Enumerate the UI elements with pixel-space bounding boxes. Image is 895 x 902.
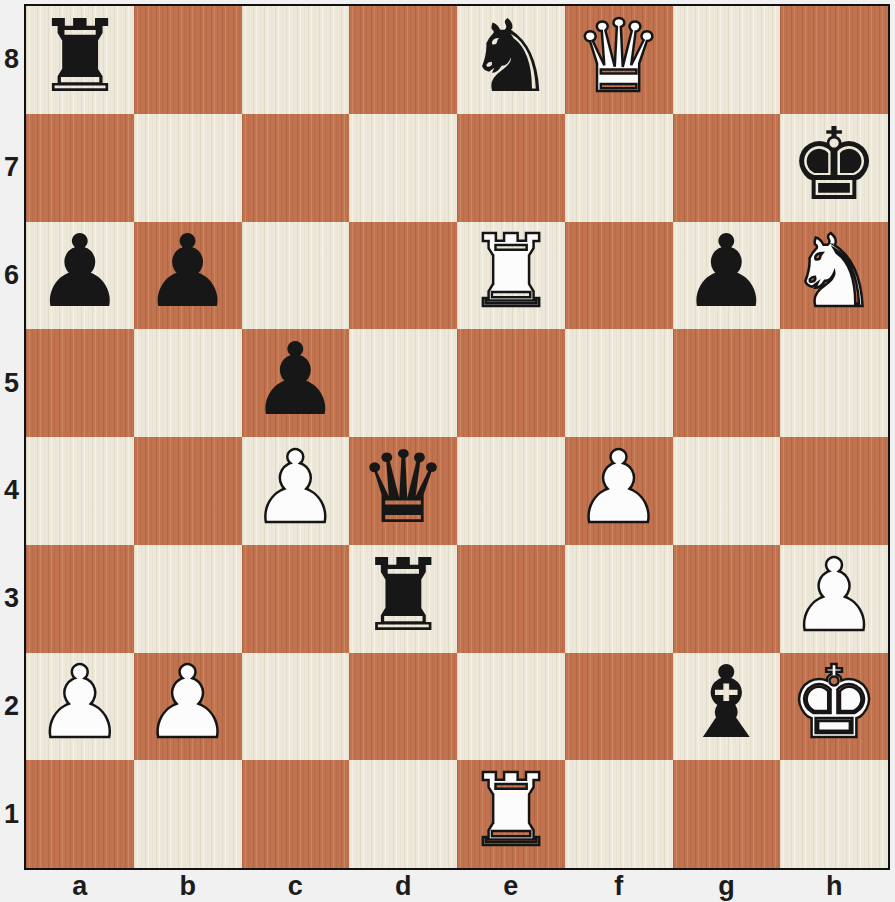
- file-label-f: f: [565, 871, 673, 901]
- square-f7[interactable]: [565, 114, 673, 222]
- square-b7[interactable]: [134, 114, 242, 222]
- file-labels: a b c d e f g h: [26, 871, 888, 901]
- square-b1[interactable]: [134, 760, 242, 868]
- square-e8[interactable]: ♞: [457, 6, 565, 114]
- board-grid: ♜♞♛♚♟♟♜♟♞♟♟♛♟♜♟♟♟♝♚♜: [26, 6, 888, 868]
- square-d4[interactable]: ♛: [349, 437, 457, 545]
- black-king-piece[interactable]: ♚: [789, 115, 879, 215]
- square-h8[interactable]: [780, 6, 888, 114]
- square-a8[interactable]: ♜: [26, 6, 134, 114]
- square-a2[interactable]: ♟: [26, 653, 134, 761]
- file-label-d: d: [349, 871, 457, 901]
- black-pawn-piece[interactable]: ♟: [35, 222, 125, 322]
- rank-label-1: 1: [0, 760, 23, 868]
- square-g1[interactable]: [673, 760, 781, 868]
- square-c3[interactable]: [242, 545, 350, 653]
- black-queen-piece[interactable]: ♛: [358, 438, 448, 538]
- square-b8[interactable]: [134, 6, 242, 114]
- file-label-a: a: [26, 871, 134, 901]
- square-h3[interactable]: ♟: [780, 545, 888, 653]
- black-rook-piece[interactable]: ♜: [35, 7, 125, 107]
- square-e4[interactable]: [457, 437, 565, 545]
- square-f1[interactable]: [565, 760, 673, 868]
- square-h4[interactable]: [780, 437, 888, 545]
- square-c7[interactable]: [242, 114, 350, 222]
- rank-label-3: 3: [0, 545, 23, 653]
- square-d7[interactable]: [349, 114, 457, 222]
- square-f4[interactable]: ♟: [565, 437, 673, 545]
- white-pawn-piece[interactable]: ♟: [574, 438, 664, 538]
- chess-board: ♜♞♛♚♟♟♜♟♞♟♟♛♟♜♟♟♟♝♚♜: [24, 4, 890, 870]
- square-c4[interactable]: ♟: [242, 437, 350, 545]
- square-f2[interactable]: [565, 653, 673, 761]
- file-label-h: h: [780, 871, 888, 901]
- square-g5[interactable]: [673, 329, 781, 437]
- square-b6[interactable]: ♟: [134, 222, 242, 330]
- square-a3[interactable]: [26, 545, 134, 653]
- square-h7[interactable]: ♚: [780, 114, 888, 222]
- file-label-g: g: [673, 871, 781, 901]
- white-pawn-piece[interactable]: ♟: [35, 653, 125, 753]
- square-d2[interactable]: [349, 653, 457, 761]
- square-f8[interactable]: ♛: [565, 6, 673, 114]
- square-a1[interactable]: [26, 760, 134, 868]
- black-pawn-piece[interactable]: ♟: [143, 222, 233, 322]
- square-e7[interactable]: [457, 114, 565, 222]
- rank-label-7: 7: [0, 114, 23, 222]
- rank-label-4: 4: [0, 437, 23, 545]
- rank-label-8: 8: [0, 6, 23, 114]
- square-a6[interactable]: ♟: [26, 222, 134, 330]
- square-b4[interactable]: [134, 437, 242, 545]
- white-knight-piece[interactable]: ♞: [789, 222, 879, 322]
- square-e6[interactable]: ♜: [457, 222, 565, 330]
- square-d8[interactable]: [349, 6, 457, 114]
- white-queen-piece[interactable]: ♛: [574, 7, 664, 107]
- square-b5[interactable]: [134, 329, 242, 437]
- square-c1[interactable]: [242, 760, 350, 868]
- square-g7[interactable]: [673, 114, 781, 222]
- square-a5[interactable]: [26, 329, 134, 437]
- rank-label-2: 2: [0, 653, 23, 761]
- white-pawn-piece[interactable]: ♟: [143, 653, 233, 753]
- white-rook-piece[interactable]: ♜: [466, 222, 556, 322]
- square-d1[interactable]: [349, 760, 457, 868]
- square-a7[interactable]: [26, 114, 134, 222]
- square-e1[interactable]: ♜: [457, 760, 565, 868]
- square-a4[interactable]: [26, 437, 134, 545]
- square-g6[interactable]: ♟: [673, 222, 781, 330]
- square-e2[interactable]: [457, 653, 565, 761]
- square-g4[interactable]: [673, 437, 781, 545]
- square-e5[interactable]: [457, 329, 565, 437]
- white-pawn-piece[interactable]: ♟: [251, 438, 341, 538]
- file-label-e: e: [457, 871, 565, 901]
- rank-label-5: 5: [0, 329, 23, 437]
- square-b3[interactable]: [134, 545, 242, 653]
- square-h5[interactable]: [780, 329, 888, 437]
- square-d6[interactable]: [349, 222, 457, 330]
- file-label-c: c: [242, 871, 350, 901]
- square-d5[interactable]: [349, 329, 457, 437]
- file-label-b: b: [134, 871, 242, 901]
- square-c2[interactable]: [242, 653, 350, 761]
- rank-labels: 8 7 6 5 4 3 2 1: [0, 6, 23, 868]
- square-g3[interactable]: [673, 545, 781, 653]
- square-h2[interactable]: ♚: [780, 653, 888, 761]
- black-pawn-piece[interactable]: ♟: [682, 222, 772, 322]
- square-c5[interactable]: ♟: [242, 329, 350, 437]
- white-pawn-piece[interactable]: ♟: [789, 546, 879, 646]
- square-c6[interactable]: [242, 222, 350, 330]
- square-g2[interactable]: ♝: [673, 653, 781, 761]
- square-h6[interactable]: ♞: [780, 222, 888, 330]
- rank-label-6: 6: [0, 222, 23, 330]
- square-c8[interactable]: [242, 6, 350, 114]
- square-f6[interactable]: [565, 222, 673, 330]
- black-rook-piece[interactable]: ♜: [358, 546, 448, 646]
- black-bishop-piece[interactable]: ♝: [682, 653, 772, 753]
- white-king-piece[interactable]: ♚: [789, 653, 879, 753]
- square-h1[interactable]: [780, 760, 888, 868]
- black-pawn-piece[interactable]: ♟: [251, 330, 341, 430]
- square-g8[interactable]: [673, 6, 781, 114]
- square-d3[interactable]: ♜: [349, 545, 457, 653]
- square-f5[interactable]: [565, 329, 673, 437]
- square-b2[interactable]: ♟: [134, 653, 242, 761]
- black-knight-piece[interactable]: ♞: [466, 7, 556, 107]
- white-rook-piece[interactable]: ♜: [466, 761, 556, 861]
- square-f3[interactable]: [565, 545, 673, 653]
- square-e3[interactable]: [457, 545, 565, 653]
